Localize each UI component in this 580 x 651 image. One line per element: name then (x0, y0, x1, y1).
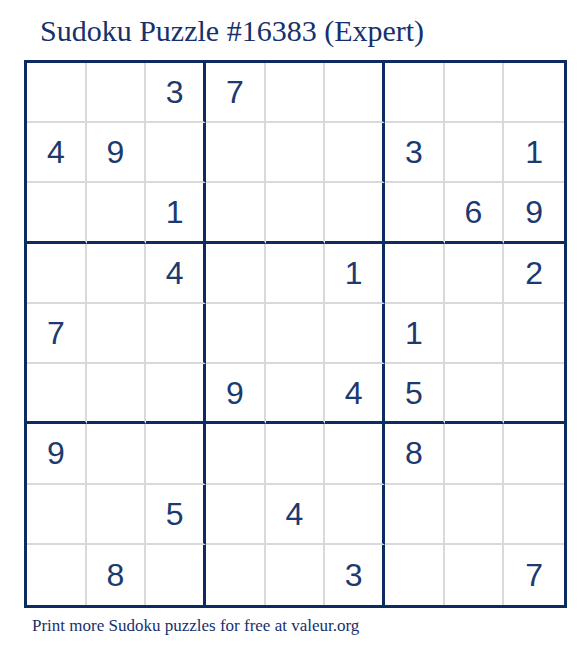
cell-r2c4[interactable] (206, 123, 266, 183)
cell-r6c1[interactable] (27, 364, 87, 424)
cell-r3c5[interactable] (266, 183, 326, 243)
cell-r6c3[interactable] (146, 364, 206, 424)
cell-r5c9[interactable] (504, 304, 564, 364)
cell-r5c2[interactable] (87, 304, 147, 364)
cell-r3c9[interactable]: 9 (504, 183, 564, 243)
cell-r7c9[interactable] (504, 424, 564, 484)
cell-r1c4[interactable]: 7 (206, 63, 266, 123)
cell-r2c2[interactable]: 9 (87, 123, 147, 183)
cell-r9c2[interactable]: 8 (87, 545, 147, 605)
cell-r8c5[interactable]: 4 (266, 485, 326, 545)
cell-r3c8[interactable]: 6 (445, 183, 505, 243)
cell-r5c6[interactable] (325, 304, 385, 364)
cell-r8c4[interactable] (206, 485, 266, 545)
page-title: Sudoku Puzzle #16383 (Expert) (40, 14, 424, 48)
cell-r5c1[interactable]: 7 (27, 304, 87, 364)
cell-r3c4[interactable] (206, 183, 266, 243)
cell-r8c7[interactable] (385, 485, 445, 545)
cell-r4c8[interactable] (445, 244, 505, 304)
cell-r6c8[interactable] (445, 364, 505, 424)
cell-r6c6[interactable]: 4 (325, 364, 385, 424)
cell-r8c1[interactable] (27, 485, 87, 545)
cell-r9c3[interactable] (146, 545, 206, 605)
cell-r7c5[interactable] (266, 424, 326, 484)
cell-r9c6[interactable]: 3 (325, 545, 385, 605)
cell-r2c3[interactable] (146, 123, 206, 183)
cell-r4c9[interactable]: 2 (504, 244, 564, 304)
cell-r3c2[interactable] (87, 183, 147, 243)
cell-r8c2[interactable] (87, 485, 147, 545)
cell-r4c1[interactable] (27, 244, 87, 304)
cell-r8c8[interactable] (445, 485, 505, 545)
cell-r1c8[interactable] (445, 63, 505, 123)
cell-r4c6[interactable]: 1 (325, 244, 385, 304)
cell-r7c2[interactable] (87, 424, 147, 484)
cell-r3c7[interactable] (385, 183, 445, 243)
cell-r9c8[interactable] (445, 545, 505, 605)
cell-r4c5[interactable] (266, 244, 326, 304)
cell-r5c5[interactable] (266, 304, 326, 364)
cell-r6c4[interactable]: 9 (206, 364, 266, 424)
cell-r3c1[interactable] (27, 183, 87, 243)
cell-r7c8[interactable] (445, 424, 505, 484)
cell-r2c5[interactable] (266, 123, 326, 183)
cell-r9c1[interactable] (27, 545, 87, 605)
cell-r4c4[interactable] (206, 244, 266, 304)
cell-r2c9[interactable]: 1 (504, 123, 564, 183)
cell-r9c9[interactable]: 7 (504, 545, 564, 605)
cell-r1c2[interactable] (87, 63, 147, 123)
cell-r1c1[interactable] (27, 63, 87, 123)
cell-r8c9[interactable] (504, 485, 564, 545)
cell-r5c3[interactable] (146, 304, 206, 364)
sudoku-page: Sudoku Puzzle #16383 (Expert) 3749311694… (0, 0, 580, 651)
cell-r9c5[interactable] (266, 545, 326, 605)
cell-r9c4[interactable] (206, 545, 266, 605)
cell-r7c6[interactable] (325, 424, 385, 484)
cell-r8c6[interactable] (325, 485, 385, 545)
cell-r1c3[interactable]: 3 (146, 63, 206, 123)
cell-r5c8[interactable] (445, 304, 505, 364)
cell-r6c2[interactable] (87, 364, 147, 424)
cell-r7c1[interactable]: 9 (27, 424, 87, 484)
cell-r2c1[interactable]: 4 (27, 123, 87, 183)
cell-r1c7[interactable] (385, 63, 445, 123)
cell-r7c4[interactable] (206, 424, 266, 484)
cell-r8c3[interactable]: 5 (146, 485, 206, 545)
cell-r2c8[interactable] (445, 123, 505, 183)
cell-r4c3[interactable]: 4 (146, 244, 206, 304)
cell-r2c6[interactable] (325, 123, 385, 183)
cell-r1c5[interactable] (266, 63, 326, 123)
cell-r1c6[interactable] (325, 63, 385, 123)
cell-r7c7[interactable]: 8 (385, 424, 445, 484)
cell-r7c3[interactable] (146, 424, 206, 484)
cell-r6c5[interactable] (266, 364, 326, 424)
cell-r1c9[interactable] (504, 63, 564, 123)
cell-r4c7[interactable] (385, 244, 445, 304)
cell-r4c2[interactable] (87, 244, 147, 304)
cell-r5c4[interactable] (206, 304, 266, 364)
cell-r9c7[interactable] (385, 545, 445, 605)
footer-text: Print more Sudoku puzzles for free at va… (32, 616, 359, 636)
cell-r2c7[interactable]: 3 (385, 123, 445, 183)
cell-r6c7[interactable]: 5 (385, 364, 445, 424)
cell-r3c6[interactable] (325, 183, 385, 243)
cell-r3c3[interactable]: 1 (146, 183, 206, 243)
cell-r5c7[interactable]: 1 (385, 304, 445, 364)
sudoku-board: 374931169412719459854837 (24, 60, 567, 608)
cell-r6c9[interactable] (504, 364, 564, 424)
